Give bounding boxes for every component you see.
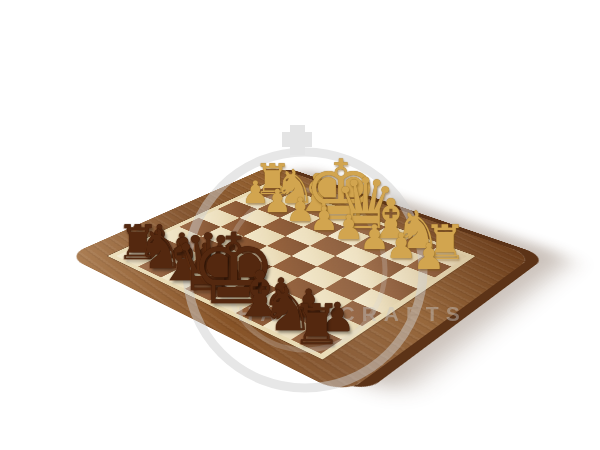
- pieces-layer: ♜♞♝♛♚♝♞♜♟♟♟♟♟♟♟♟♟♟♟♟♟♟♟♟♜♞♝♚♛♝♞♜: [0, 0, 600, 450]
- chess-set-photo: HANDICRAFTS ♜♞♝♛♚♝♞♜♟♟♟♟♟♟♟♟♟♟♟♟♟♟♟♟♜♞♝♚…: [0, 0, 600, 450]
- piece-white-pawn-h2[interactable]: ♟: [413, 239, 445, 275]
- piece-black-rook-h8[interactable]: ♜: [291, 296, 341, 352]
